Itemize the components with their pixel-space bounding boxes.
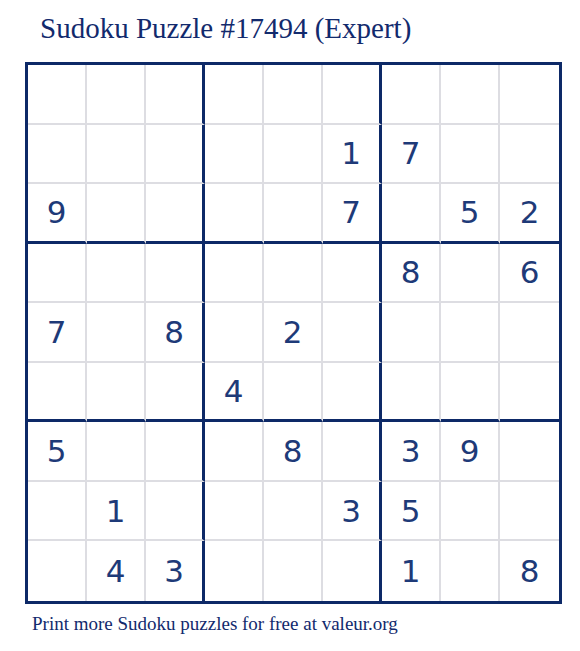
cell-r7c5[interactable]: 8 [264, 422, 323, 482]
cell-r9c8[interactable] [441, 541, 500, 601]
cell-r3c1[interactable]: 9 [28, 184, 87, 244]
cell-r4c3[interactable] [146, 244, 205, 304]
cell-r4c2[interactable] [87, 244, 146, 304]
cell-r7c4[interactable] [205, 422, 264, 482]
cell-r2c8[interactable] [441, 125, 500, 185]
cell-r4c5[interactable] [264, 244, 323, 304]
cell-r1c6[interactable] [323, 65, 382, 125]
cell-r4c7[interactable]: 8 [382, 244, 441, 304]
cell-r3c8[interactable]: 5 [441, 184, 500, 244]
cell-r9c7[interactable]: 1 [382, 541, 441, 601]
cell-r1c3[interactable] [146, 65, 205, 125]
cell-r8c6[interactable]: 3 [323, 482, 382, 542]
cell-r7c2[interactable] [87, 422, 146, 482]
cell-r1c4[interactable] [205, 65, 264, 125]
cell-r6c1[interactable] [28, 363, 87, 423]
cell-r9c2[interactable]: 4 [87, 541, 146, 601]
cell-r5c9[interactable] [500, 303, 559, 363]
cell-r8c1[interactable] [28, 482, 87, 542]
cell-r2c4[interactable] [205, 125, 264, 185]
cell-r4c4[interactable] [205, 244, 264, 304]
cell-r9c5[interactable] [264, 541, 323, 601]
cell-r3c7[interactable] [382, 184, 441, 244]
cell-r6c8[interactable] [441, 363, 500, 423]
cell-r1c7[interactable] [382, 65, 441, 125]
cell-r7c1[interactable]: 5 [28, 422, 87, 482]
cell-r3c9[interactable]: 2 [500, 184, 559, 244]
cell-r1c2[interactable] [87, 65, 146, 125]
cell-r2c6[interactable]: 1 [323, 125, 382, 185]
cell-r9c6[interactable] [323, 541, 382, 601]
cell-r9c3[interactable]: 3 [146, 541, 205, 601]
cell-r7c7[interactable]: 3 [382, 422, 441, 482]
cell-r4c6[interactable] [323, 244, 382, 304]
cell-r8c5[interactable] [264, 482, 323, 542]
cell-r9c4[interactable] [205, 541, 264, 601]
cell-r7c9[interactable] [500, 422, 559, 482]
cell-r5c8[interactable] [441, 303, 500, 363]
cell-r1c5[interactable] [264, 65, 323, 125]
cell-r7c8[interactable]: 9 [441, 422, 500, 482]
cell-r5c1[interactable]: 7 [28, 303, 87, 363]
cell-r2c2[interactable] [87, 125, 146, 185]
cell-r5c2[interactable] [87, 303, 146, 363]
cell-r3c6[interactable]: 7 [323, 184, 382, 244]
cell-r2c9[interactable] [500, 125, 559, 185]
cell-r4c9[interactable]: 6 [500, 244, 559, 304]
cell-r6c9[interactable] [500, 363, 559, 423]
sudoku-page: Sudoku Puzzle #17494 (Expert) 1797528678… [0, 0, 580, 651]
cell-r3c3[interactable] [146, 184, 205, 244]
cell-r5c5[interactable]: 2 [264, 303, 323, 363]
cell-r5c6[interactable] [323, 303, 382, 363]
cell-r3c4[interactable] [205, 184, 264, 244]
cell-r1c8[interactable] [441, 65, 500, 125]
cell-r4c8[interactable] [441, 244, 500, 304]
cell-r1c1[interactable] [28, 65, 87, 125]
cell-r6c5[interactable] [264, 363, 323, 423]
cell-r6c2[interactable] [87, 363, 146, 423]
cell-r5c3[interactable]: 8 [146, 303, 205, 363]
sudoku-board: 17975286782458391354318 [25, 62, 562, 604]
cell-r6c3[interactable] [146, 363, 205, 423]
cell-r7c6[interactable] [323, 422, 382, 482]
cell-r8c3[interactable] [146, 482, 205, 542]
cell-r5c7[interactable] [382, 303, 441, 363]
cell-r8c4[interactable] [205, 482, 264, 542]
cell-r8c9[interactable] [500, 482, 559, 542]
cell-r3c2[interactable] [87, 184, 146, 244]
cell-r8c7[interactable]: 5 [382, 482, 441, 542]
footer-text: Print more Sudoku puzzles for free at va… [32, 613, 398, 635]
cell-r8c2[interactable]: 1 [87, 482, 146, 542]
cell-r7c3[interactable] [146, 422, 205, 482]
cell-r6c6[interactable] [323, 363, 382, 423]
cell-r2c7[interactable]: 7 [382, 125, 441, 185]
cell-r2c5[interactable] [264, 125, 323, 185]
cell-r8c8[interactable] [441, 482, 500, 542]
cell-r6c7[interactable] [382, 363, 441, 423]
cell-r1c9[interactable] [500, 65, 559, 125]
cell-r5c4[interactable] [205, 303, 264, 363]
cell-r6c4[interactable]: 4 [205, 363, 264, 423]
cell-r3c5[interactable] [264, 184, 323, 244]
cell-r2c3[interactable] [146, 125, 205, 185]
cell-r9c1[interactable] [28, 541, 87, 601]
cell-r4c1[interactable] [28, 244, 87, 304]
page-title: Sudoku Puzzle #17494 (Expert) [40, 12, 411, 45]
cell-r2c1[interactable] [28, 125, 87, 185]
cell-r9c9[interactable]: 8 [500, 541, 559, 601]
